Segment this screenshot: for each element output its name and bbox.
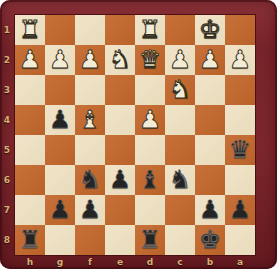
white-knight-e2: ♞ (109, 45, 131, 75)
square-c5[interactable] (165, 135, 195, 165)
square-c1[interactable] (165, 15, 195, 45)
square-a1[interactable] (225, 15, 255, 45)
white-queen-d2: ♛ (139, 45, 161, 75)
black-pawn-g4: ♟ (49, 105, 71, 135)
square-h4[interactable] (15, 105, 45, 135)
square-b5[interactable] (195, 135, 225, 165)
black-queen-a5: ♛ (229, 135, 251, 165)
square-f3[interactable] (75, 75, 105, 105)
square-f1[interactable] (75, 15, 105, 45)
rank-labels: 12345678 (0, 15, 15, 255)
white-pawn-h2: ♟ (19, 45, 41, 75)
square-e4[interactable] (105, 105, 135, 135)
square-g4[interactable]: ♟ (45, 105, 75, 135)
square-g1[interactable] (45, 15, 75, 45)
rank-label-8: 8 (0, 225, 14, 255)
file-labels: hgfedcba (15, 255, 255, 269)
rank-label-5: 5 (0, 135, 14, 165)
file-label-c: c (165, 255, 195, 269)
white-pawn-c2: ♟ (169, 45, 191, 75)
square-a6[interactable] (225, 165, 255, 195)
square-b8[interactable]: ♚ (195, 225, 225, 255)
chess-board-frame: 12345678 ♜♜♚♟♟♟♞♛♟♟♟♞♟♝♟♛♞♟♝♞♟♟♟♟♜♜♚ hgf… (0, 0, 277, 269)
black-pawn-b7: ♟ (199, 195, 221, 225)
square-e2[interactable]: ♞ (105, 45, 135, 75)
square-c7[interactable] (165, 195, 195, 225)
square-h2[interactable]: ♟ (15, 45, 45, 75)
white-pawn-f2: ♟ (79, 45, 101, 75)
black-rook-d8: ♜ (139, 225, 161, 255)
square-f7[interactable]: ♟ (75, 195, 105, 225)
square-f5[interactable] (75, 135, 105, 165)
square-a4[interactable] (225, 105, 255, 135)
square-g2[interactable]: ♟ (45, 45, 75, 75)
square-d5[interactable] (135, 135, 165, 165)
square-g8[interactable] (45, 225, 75, 255)
square-e8[interactable] (105, 225, 135, 255)
square-a2[interactable]: ♟ (225, 45, 255, 75)
file-label-h: h (15, 255, 45, 269)
square-c3[interactable]: ♞ (165, 75, 195, 105)
square-d6[interactable]: ♝ (135, 165, 165, 195)
file-label-g: g (45, 255, 75, 269)
square-h5[interactable] (15, 135, 45, 165)
square-g3[interactable] (45, 75, 75, 105)
white-rook-h1: ♜ (19, 15, 41, 45)
square-h1[interactable]: ♜ (15, 15, 45, 45)
white-rook-d1: ♜ (139, 15, 161, 45)
rank-label-2: 2 (0, 45, 14, 75)
black-pawn-g7: ♟ (49, 195, 71, 225)
square-g5[interactable] (45, 135, 75, 165)
square-d1[interactable]: ♜ (135, 15, 165, 45)
white-king-b1: ♚ (199, 15, 221, 45)
square-d7[interactable] (135, 195, 165, 225)
white-bishop-f4: ♝ (79, 105, 101, 135)
square-e3[interactable] (105, 75, 135, 105)
black-pawn-f7: ♟ (79, 195, 101, 225)
file-label-d: d (135, 255, 165, 269)
black-king-b8: ♚ (199, 225, 221, 255)
square-d3[interactable] (135, 75, 165, 105)
square-d8[interactable]: ♜ (135, 225, 165, 255)
rank-label-4: 4 (0, 105, 14, 135)
square-a8[interactable] (225, 225, 255, 255)
square-e1[interactable] (105, 15, 135, 45)
square-c6[interactable]: ♞ (165, 165, 195, 195)
black-knight-c6: ♞ (169, 165, 191, 195)
square-f8[interactable] (75, 225, 105, 255)
black-pawn-a7: ♟ (229, 195, 251, 225)
square-h8[interactable]: ♜ (15, 225, 45, 255)
square-b6[interactable] (195, 165, 225, 195)
square-b3[interactable] (195, 75, 225, 105)
square-g6[interactable] (45, 165, 75, 195)
rank-label-3: 3 (0, 75, 14, 105)
square-e6[interactable]: ♟ (105, 165, 135, 195)
square-h7[interactable] (15, 195, 45, 225)
square-e7[interactable] (105, 195, 135, 225)
file-label-e: e (105, 255, 135, 269)
white-pawn-a2: ♟ (229, 45, 251, 75)
white-pawn-d4: ♟ (139, 105, 161, 135)
square-d4[interactable]: ♟ (135, 105, 165, 135)
square-b4[interactable] (195, 105, 225, 135)
square-e5[interactable] (105, 135, 135, 165)
square-b1[interactable]: ♚ (195, 15, 225, 45)
white-knight-c3: ♞ (169, 75, 191, 105)
square-f6[interactable]: ♞ (75, 165, 105, 195)
square-f2[interactable]: ♟ (75, 45, 105, 75)
white-pawn-b2: ♟ (199, 45, 221, 75)
square-a5[interactable]: ♛ (225, 135, 255, 165)
square-a7[interactable]: ♟ (225, 195, 255, 225)
square-b2[interactable]: ♟ (195, 45, 225, 75)
file-label-f: f (75, 255, 105, 269)
black-knight-f6: ♞ (79, 165, 101, 195)
rank-label-6: 6 (0, 165, 14, 195)
rank-label-1: 1 (0, 15, 14, 45)
square-a3[interactable] (225, 75, 255, 105)
square-f4[interactable]: ♝ (75, 105, 105, 135)
square-h6[interactable] (15, 165, 45, 195)
square-c4[interactable] (165, 105, 195, 135)
square-c2[interactable]: ♟ (165, 45, 195, 75)
square-h3[interactable] (15, 75, 45, 105)
black-rook-h8: ♜ (19, 225, 41, 255)
white-pawn-g2: ♟ (49, 45, 71, 75)
file-label-a: a (225, 255, 255, 269)
square-g7[interactable]: ♟ (45, 195, 75, 225)
square-c8[interactable] (165, 225, 195, 255)
square-d2[interactable]: ♛ (135, 45, 165, 75)
black-pawn-e6: ♟ (109, 165, 131, 195)
chess-board: ♜♜♚♟♟♟♞♛♟♟♟♞♟♝♟♛♞♟♝♞♟♟♟♟♜♜♚ (15, 15, 255, 255)
rank-label-7: 7 (0, 195, 14, 225)
file-label-b: b (195, 255, 225, 269)
black-bishop-d6: ♝ (139, 165, 161, 195)
square-b7[interactable]: ♟ (195, 195, 225, 225)
